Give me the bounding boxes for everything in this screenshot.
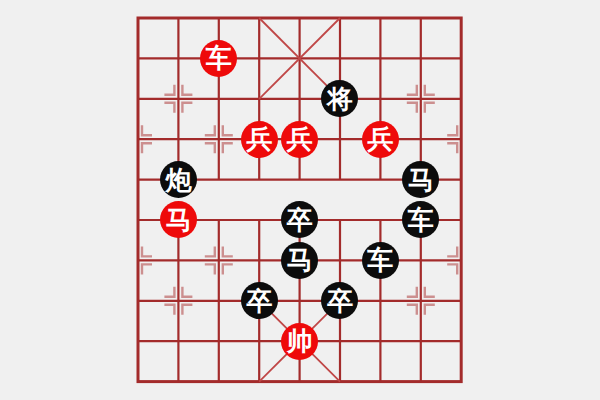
piece-red-general[interactable]: 帅 [281,323,318,360]
piece-glyph: 卒 [287,207,313,233]
piece-red-chariot[interactable]: 车 [200,40,237,77]
xiangqi-board-screenshot: 车将兵兵兵炮马马卒车马车卒卒帅 [0,0,600,400]
piece-red-soldier-a[interactable]: 兵 [241,121,278,158]
piece-glyph: 马 [408,167,434,193]
piece-glyph: 兵 [367,126,393,152]
piece-black-chariot-a[interactable]: 车 [402,201,439,238]
piece-glyph: 马 [165,207,191,233]
piece-black-general[interactable]: 将 [321,80,358,117]
piece-glyph: 马 [287,247,313,273]
piece-red-horse[interactable]: 马 [160,201,197,238]
piece-black-soldier-a[interactable]: 卒 [281,201,318,238]
piece-glyph: 炮 [165,167,191,193]
piece-black-cannon[interactable]: 炮 [160,161,197,198]
piece-red-soldier-c[interactable]: 兵 [362,121,399,158]
piece-black-soldier-b[interactable]: 卒 [241,282,278,319]
piece-black-horse-a[interactable]: 马 [402,161,439,198]
piece-black-chariot-b[interactable]: 车 [362,242,399,279]
piece-glyph: 帅 [287,328,313,354]
piece-glyph: 卒 [327,288,353,314]
piece-glyph: 卒 [246,288,272,314]
piece-glyph: 兵 [287,126,313,152]
piece-glyph: 兵 [246,126,272,152]
piece-black-horse-b[interactable]: 马 [281,242,318,279]
pieces-layer: 车将兵兵兵炮马马卒车马车卒卒帅 [118,0,482,400]
piece-glyph: 车 [206,45,232,71]
piece-black-soldier-c[interactable]: 卒 [321,282,358,319]
piece-glyph: 车 [408,207,434,233]
piece-glyph: 车 [367,247,393,273]
piece-glyph: 将 [327,86,353,112]
piece-red-soldier-b[interactable]: 兵 [281,121,318,158]
